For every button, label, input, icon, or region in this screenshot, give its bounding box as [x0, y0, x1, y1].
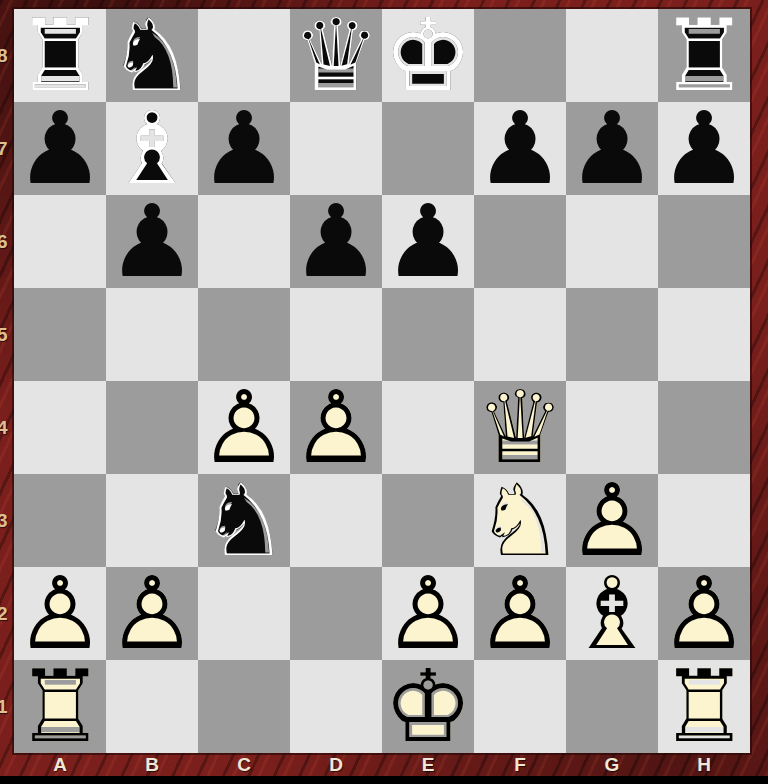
square-b8[interactable]: ♞♘	[106, 9, 198, 102]
black-pawn[interactable]: ♟	[474, 102, 566, 195]
piece-outline-glyph: ♙	[290, 381, 382, 474]
piece-fill-glyph: ♛	[290, 9, 382, 102]
file-label-d: D	[290, 753, 382, 776]
rank-label-5: 5	[0, 288, 11, 381]
piece-fill-glyph: ♜	[658, 9, 750, 102]
chess-board: ♜♖♞♘♛♕♚♔♜♖♟♝♗♟♟♟♟♟♟♟♟♙♟♙♛♕♞♘♞♘♟♙♟♙♟♙♟♙♟♙…	[14, 9, 750, 753]
piece-fill-glyph: ♟	[290, 195, 382, 288]
square-c7[interactable]: ♟	[198, 102, 290, 195]
black-knight[interactable]: ♞♘	[106, 9, 198, 102]
piece-fill-glyph: ♟	[290, 381, 382, 474]
white-pawn[interactable]: ♟♙	[658, 567, 750, 660]
square-a2[interactable]: ♟♙	[14, 567, 106, 660]
square-h8[interactable]: ♜♖	[658, 9, 750, 102]
square-a3[interactable]	[14, 474, 106, 567]
piece-outline-glyph: ♘	[198, 474, 290, 567]
piece-fill-glyph: ♟	[14, 567, 106, 660]
square-h5[interactable]	[658, 288, 750, 381]
white-queen[interactable]: ♛♕	[474, 381, 566, 474]
bottom-strip	[0, 776, 768, 784]
black-pawn[interactable]: ♟	[382, 195, 474, 288]
black-bishop[interactable]: ♝♗	[106, 102, 198, 195]
square-b4[interactable]	[106, 381, 198, 474]
square-g1[interactable]	[566, 660, 658, 753]
piece-fill-glyph: ♜	[14, 660, 106, 753]
square-e8[interactable]: ♚♔	[382, 9, 474, 102]
square-g7[interactable]: ♟	[566, 102, 658, 195]
square-d3[interactable]	[290, 474, 382, 567]
piece-fill-glyph: ♟	[106, 567, 198, 660]
piece-outline-glyph: ♙	[658, 567, 750, 660]
white-rook[interactable]: ♜♖	[658, 660, 750, 753]
black-knight[interactable]: ♞♘	[198, 474, 290, 567]
piece-outline-glyph: ♖	[14, 660, 106, 753]
square-c6[interactable]	[198, 195, 290, 288]
piece-outline-glyph: ♙	[566, 474, 658, 567]
white-rook[interactable]: ♜♖	[14, 660, 106, 753]
square-e1[interactable]: ♚♔	[382, 660, 474, 753]
black-rook[interactable]: ♜♖	[14, 9, 106, 102]
black-rook[interactable]: ♜♖	[658, 9, 750, 102]
square-b2[interactable]: ♟♙	[106, 567, 198, 660]
square-f8[interactable]	[474, 9, 566, 102]
square-a5[interactable]	[14, 288, 106, 381]
rank-label-6: 6	[0, 195, 11, 288]
square-c3[interactable]: ♞♘	[198, 474, 290, 567]
piece-outline-glyph: ♘	[106, 9, 198, 102]
square-g6[interactable]	[566, 195, 658, 288]
piece-outline-glyph: ♗	[106, 102, 198, 195]
square-d6[interactable]: ♟	[290, 195, 382, 288]
file-label-h: H	[658, 753, 750, 776]
square-b3[interactable]	[106, 474, 198, 567]
rank-label-7: 7	[0, 102, 11, 195]
square-b7[interactable]: ♝♗	[106, 102, 198, 195]
piece-fill-glyph: ♝	[106, 102, 198, 195]
piece-fill-glyph: ♛	[474, 381, 566, 474]
black-queen[interactable]: ♛♕	[290, 9, 382, 102]
piece-fill-glyph: ♟	[382, 195, 474, 288]
piece-fill-glyph: ♞	[198, 474, 290, 567]
rank-label-2: 2	[0, 567, 11, 660]
white-pawn[interactable]: ♟♙	[382, 567, 474, 660]
piece-outline-glyph: ♙	[14, 567, 106, 660]
rank-label-4: 4	[0, 381, 11, 474]
square-h2[interactable]: ♟♙	[658, 567, 750, 660]
square-e6[interactable]: ♟	[382, 195, 474, 288]
black-pawn[interactable]: ♟	[106, 195, 198, 288]
black-king[interactable]: ♚♔	[382, 9, 474, 102]
square-b6[interactable]: ♟	[106, 195, 198, 288]
file-label-a: A	[14, 753, 106, 776]
square-d7[interactable]	[290, 102, 382, 195]
square-b1[interactable]	[106, 660, 198, 753]
piece-outline-glyph: ♕	[474, 381, 566, 474]
square-a1[interactable]: ♜♖	[14, 660, 106, 753]
square-h1[interactable]: ♜♖	[658, 660, 750, 753]
piece-outline-glyph: ♖	[658, 660, 750, 753]
square-c4[interactable]: ♟♙	[198, 381, 290, 474]
piece-outline-glyph: ♙	[382, 567, 474, 660]
piece-fill-glyph: ♟	[382, 567, 474, 660]
black-pawn[interactable]: ♟	[14, 102, 106, 195]
piece-outline-glyph: ♕	[290, 9, 382, 102]
square-d4[interactable]: ♟♙	[290, 381, 382, 474]
piece-outline-glyph: ♙	[474, 567, 566, 660]
white-knight[interactable]: ♞♘	[474, 474, 566, 567]
square-c8[interactable]	[198, 9, 290, 102]
square-c2[interactable]	[198, 567, 290, 660]
square-f1[interactable]	[474, 660, 566, 753]
square-f4[interactable]: ♛♕	[474, 381, 566, 474]
black-pawn[interactable]: ♟	[198, 102, 290, 195]
square-g4[interactable]	[566, 381, 658, 474]
file-label-f: F	[474, 753, 566, 776]
piece-fill-glyph: ♜	[658, 660, 750, 753]
piece-fill-glyph: ♟	[198, 381, 290, 474]
square-a7[interactable]: ♟	[14, 102, 106, 195]
white-pawn[interactable]: ♟♙	[198, 381, 290, 474]
square-e2[interactable]: ♟♙	[382, 567, 474, 660]
square-e4[interactable]	[382, 381, 474, 474]
piece-fill-glyph: ♝	[566, 567, 658, 660]
piece-fill-glyph: ♚	[382, 660, 474, 753]
piece-outline-glyph: ♗	[566, 567, 658, 660]
piece-fill-glyph: ♞	[474, 474, 566, 567]
square-d5[interactable]	[290, 288, 382, 381]
piece-fill-glyph: ♟	[198, 102, 290, 195]
white-pawn[interactable]: ♟♙	[474, 567, 566, 660]
square-g5[interactable]	[566, 288, 658, 381]
square-e5[interactable]	[382, 288, 474, 381]
white-pawn[interactable]: ♟♙	[566, 474, 658, 567]
square-g3[interactable]: ♟♙	[566, 474, 658, 567]
file-label-b: B	[106, 753, 198, 776]
rank-labels: 87654321	[0, 9, 14, 753]
file-label-e: E	[382, 753, 474, 776]
square-d2[interactable]	[290, 567, 382, 660]
piece-outline-glyph: ♔	[382, 9, 474, 102]
square-b5[interactable]	[106, 288, 198, 381]
black-pawn[interactable]: ♟	[566, 102, 658, 195]
piece-fill-glyph: ♟	[14, 102, 106, 195]
square-h7[interactable]: ♟	[658, 102, 750, 195]
square-f6[interactable]	[474, 195, 566, 288]
white-pawn[interactable]: ♟♙	[14, 567, 106, 660]
piece-fill-glyph: ♟	[106, 195, 198, 288]
rank-label-8: 8	[0, 9, 11, 102]
square-d8[interactable]: ♛♕	[290, 9, 382, 102]
square-g2[interactable]: ♝♗	[566, 567, 658, 660]
square-a8[interactable]: ♜♖	[14, 9, 106, 102]
piece-outline-glyph: ♖	[14, 9, 106, 102]
piece-outline-glyph: ♘	[474, 474, 566, 567]
square-a6[interactable]	[14, 195, 106, 288]
square-h3[interactable]	[658, 474, 750, 567]
white-king[interactable]: ♚♔	[382, 660, 474, 753]
rank-label-1: 1	[0, 660, 11, 753]
piece-outline-glyph: ♔	[382, 660, 474, 753]
piece-fill-glyph: ♜	[14, 9, 106, 102]
white-bishop[interactable]: ♝♗	[566, 567, 658, 660]
piece-fill-glyph: ♞	[106, 9, 198, 102]
square-c5[interactable]	[198, 288, 290, 381]
piece-outline-glyph: ♙	[198, 381, 290, 474]
piece-outline-glyph: ♖	[658, 9, 750, 102]
black-pawn[interactable]: ♟	[658, 102, 750, 195]
square-d1[interactable]	[290, 660, 382, 753]
black-pawn[interactable]: ♟	[290, 195, 382, 288]
piece-outline-glyph: ♙	[106, 567, 198, 660]
square-h6[interactable]	[658, 195, 750, 288]
square-f3[interactable]: ♞♘	[474, 474, 566, 567]
piece-fill-glyph: ♟	[474, 102, 566, 195]
file-labels: ABCDEFGH	[14, 753, 750, 776]
square-g8[interactable]	[566, 9, 658, 102]
square-h4[interactable]	[658, 381, 750, 474]
square-a4[interactable]	[14, 381, 106, 474]
square-f5[interactable]	[474, 288, 566, 381]
piece-fill-glyph: ♚	[382, 9, 474, 102]
file-label-g: G	[566, 753, 658, 776]
square-c1[interactable]	[198, 660, 290, 753]
white-pawn[interactable]: ♟♙	[106, 567, 198, 660]
piece-fill-glyph: ♟	[658, 567, 750, 660]
piece-fill-glyph: ♟	[474, 567, 566, 660]
piece-fill-glyph: ♟	[566, 474, 658, 567]
piece-fill-glyph: ♟	[566, 102, 658, 195]
square-e7[interactable]	[382, 102, 474, 195]
piece-fill-glyph: ♟	[658, 102, 750, 195]
rank-label-3: 3	[0, 474, 11, 567]
square-f2[interactable]: ♟♙	[474, 567, 566, 660]
square-f7[interactable]: ♟	[474, 102, 566, 195]
file-label-c: C	[198, 753, 290, 776]
square-e3[interactable]	[382, 474, 474, 567]
board-frame: ♜♖♞♘♛♕♚♔♜♖♟♝♗♟♟♟♟♟♟♟♟♙♟♙♛♕♞♘♞♘♟♙♟♙♟♙♟♙♟♙…	[0, 0, 768, 784]
white-pawn[interactable]: ♟♙	[290, 381, 382, 474]
